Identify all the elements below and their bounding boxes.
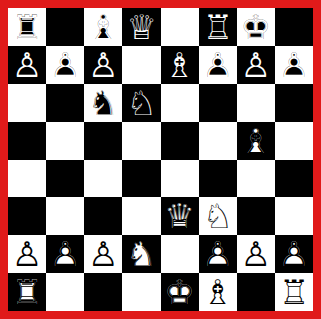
square-c5[interactable] <box>84 122 122 160</box>
black-pawn-h7[interactable]: ♟♙ <box>275 46 313 84</box>
piece-glyph-outline: ♗ <box>199 273 237 311</box>
square-g8[interactable]: ♚♔ <box>237 8 275 46</box>
black-pawn-c7[interactable]: ♟♙ <box>84 46 122 84</box>
square-e5[interactable] <box>161 122 199 160</box>
square-g2[interactable]: ♟♙ <box>237 235 275 273</box>
square-h7[interactable]: ♟♙ <box>275 46 313 84</box>
square-c1[interactable] <box>84 273 122 311</box>
black-pawn-b7[interactable]: ♟♙ <box>46 46 84 84</box>
piece-glyph-outline: ♗ <box>161 46 199 84</box>
black-knight-c6[interactable]: ♞♘ <box>84 84 122 122</box>
white-king-e1[interactable]: ♚♔ <box>161 273 199 311</box>
white-pawn-h2[interactable]: ♟♙ <box>275 235 313 273</box>
white-bishop-g5[interactable]: ♝♗ <box>237 122 275 160</box>
piece-glyph-outline: ♙ <box>237 46 275 84</box>
white-knight-f3[interactable]: ♞♘ <box>199 197 237 235</box>
square-e2[interactable] <box>161 235 199 273</box>
black-knight-d6[interactable]: ♞♘ <box>122 84 160 122</box>
piece-glyph-outline: ♘ <box>84 84 122 122</box>
piece-glyph-outline: ♖ <box>275 273 313 311</box>
square-g5[interactable]: ♝♗ <box>237 122 275 160</box>
square-e6[interactable] <box>161 84 199 122</box>
black-rook-a8[interactable]: ♜♖ <box>8 8 46 46</box>
white-pawn-a2[interactable]: ♟♙ <box>8 235 46 273</box>
black-king-g8[interactable]: ♚♔ <box>237 8 275 46</box>
square-b6[interactable] <box>46 84 84 122</box>
square-f6[interactable] <box>199 84 237 122</box>
square-d1[interactable] <box>122 273 160 311</box>
square-h1[interactable]: ♜♖ <box>275 273 313 311</box>
square-e8[interactable] <box>161 8 199 46</box>
white-pawn-f2[interactable]: ♟♙ <box>199 235 237 273</box>
square-a6[interactable] <box>8 84 46 122</box>
square-c8[interactable]: ♝♗ <box>84 8 122 46</box>
square-d2[interactable]: ♞♘ <box>122 235 160 273</box>
square-e7[interactable]: ♝♗ <box>161 46 199 84</box>
piece-glyph-outline: ♙ <box>237 235 275 273</box>
square-b5[interactable] <box>46 122 84 160</box>
square-a4[interactable] <box>8 160 46 198</box>
piece-glyph-outline: ♘ <box>122 84 160 122</box>
square-f7[interactable]: ♟♙ <box>199 46 237 84</box>
square-c4[interactable] <box>84 160 122 198</box>
square-a5[interactable] <box>8 122 46 160</box>
black-queen-d8[interactable]: ♛♕ <box>122 8 160 46</box>
square-g7[interactable]: ♟♙ <box>237 46 275 84</box>
piece-glyph-outline: ♙ <box>199 46 237 84</box>
white-pawn-b2[interactable]: ♟♙ <box>46 235 84 273</box>
square-g3[interactable] <box>237 197 275 235</box>
piece-glyph-outline: ♕ <box>161 197 199 235</box>
square-d6[interactable]: ♞♘ <box>122 84 160 122</box>
square-d8[interactable]: ♛♕ <box>122 8 160 46</box>
square-f1[interactable]: ♝♗ <box>199 273 237 311</box>
piece-glyph-outline: ♙ <box>8 46 46 84</box>
white-pawn-c2[interactable]: ♟♙ <box>84 235 122 273</box>
piece-glyph-outline: ♘ <box>122 235 160 273</box>
piece-glyph-outline: ♖ <box>8 8 46 46</box>
square-b2[interactable]: ♟♙ <box>46 235 84 273</box>
white-rook-a1[interactable]: ♜♖ <box>8 273 46 311</box>
square-d4[interactable] <box>122 160 160 198</box>
black-pawn-g7[interactable]: ♟♙ <box>237 46 275 84</box>
black-pawn-f7[interactable]: ♟♙ <box>199 46 237 84</box>
square-a2[interactable]: ♟♙ <box>8 235 46 273</box>
square-g4[interactable] <box>237 160 275 198</box>
square-d3[interactable] <box>122 197 160 235</box>
square-a7[interactable]: ♟♙ <box>8 46 46 84</box>
piece-glyph-outline: ♔ <box>161 273 199 311</box>
piece-glyph-outline: ♖ <box>199 8 237 46</box>
square-h5[interactable] <box>275 122 313 160</box>
piece-glyph-outline: ♙ <box>84 235 122 273</box>
square-h3[interactable] <box>275 197 313 235</box>
piece-glyph-outline: ♙ <box>8 235 46 273</box>
square-d5[interactable] <box>122 122 160 160</box>
square-h8[interactable] <box>275 8 313 46</box>
square-f2[interactable]: ♟♙ <box>199 235 237 273</box>
square-f8[interactable]: ♜♖ <box>199 8 237 46</box>
board-frame: ♜♖♝♗♛♕♜♖♚♔♟♙♟♙♟♙♝♗♟♙♟♙♟♙♞♘♞♘♝♗♛♕♞♘♟♙♟♙♟♙… <box>0 0 321 319</box>
square-h6[interactable] <box>275 84 313 122</box>
square-a3[interactable] <box>8 197 46 235</box>
white-queen-e3[interactable]: ♛♕ <box>161 197 199 235</box>
square-f3[interactable]: ♞♘ <box>199 197 237 235</box>
square-b3[interactable] <box>46 197 84 235</box>
square-c7[interactable]: ♟♙ <box>84 46 122 84</box>
white-knight-d2[interactable]: ♞♘ <box>122 235 160 273</box>
piece-glyph-outline: ♙ <box>46 235 84 273</box>
square-b1[interactable] <box>46 273 84 311</box>
piece-glyph-outline: ♙ <box>46 46 84 84</box>
square-c2[interactable]: ♟♙ <box>84 235 122 273</box>
piece-glyph-outline: ♕ <box>122 8 160 46</box>
square-e4[interactable] <box>161 160 199 198</box>
square-g1[interactable] <box>237 273 275 311</box>
white-rook-h1[interactable]: ♜♖ <box>275 273 313 311</box>
square-b8[interactable] <box>46 8 84 46</box>
black-pawn-a7[interactable]: ♟♙ <box>8 46 46 84</box>
square-c3[interactable] <box>84 197 122 235</box>
square-g6[interactable] <box>237 84 275 122</box>
black-rook-f8[interactable]: ♜♖ <box>199 8 237 46</box>
white-bishop-f1[interactable]: ♝♗ <box>199 273 237 311</box>
piece-glyph-outline: ♙ <box>199 235 237 273</box>
piece-glyph-outline: ♙ <box>84 46 122 84</box>
square-e1[interactable]: ♚♔ <box>161 273 199 311</box>
square-d7[interactable] <box>122 46 160 84</box>
square-a8[interactable]: ♜♖ <box>8 8 46 46</box>
black-bishop-e7[interactable]: ♝♗ <box>161 46 199 84</box>
chess-board: ♜♖♝♗♛♕♜♖♚♔♟♙♟♙♟♙♝♗♟♙♟♙♟♙♞♘♞♘♝♗♛♕♞♘♟♙♟♙♟♙… <box>8 8 313 311</box>
square-f4[interactable] <box>199 160 237 198</box>
white-pawn-g2[interactable]: ♟♙ <box>237 235 275 273</box>
square-e3[interactable]: ♛♕ <box>161 197 199 235</box>
square-h2[interactable]: ♟♙ <box>275 235 313 273</box>
square-c6[interactable]: ♞♘ <box>84 84 122 122</box>
piece-glyph-outline: ♙ <box>275 46 313 84</box>
square-b4[interactable] <box>46 160 84 198</box>
piece-glyph-outline: ♖ <box>8 273 46 311</box>
square-f5[interactable] <box>199 122 237 160</box>
piece-glyph-outline: ♗ <box>84 8 122 46</box>
piece-glyph-outline: ♗ <box>237 122 275 160</box>
square-h4[interactable] <box>275 160 313 198</box>
piece-glyph-outline: ♔ <box>237 8 275 46</box>
piece-glyph-outline: ♘ <box>199 197 237 235</box>
square-a1[interactable]: ♜♖ <box>8 273 46 311</box>
black-bishop-c8[interactable]: ♝♗ <box>84 8 122 46</box>
piece-glyph-outline: ♙ <box>275 235 313 273</box>
square-b7[interactable]: ♟♙ <box>46 46 84 84</box>
